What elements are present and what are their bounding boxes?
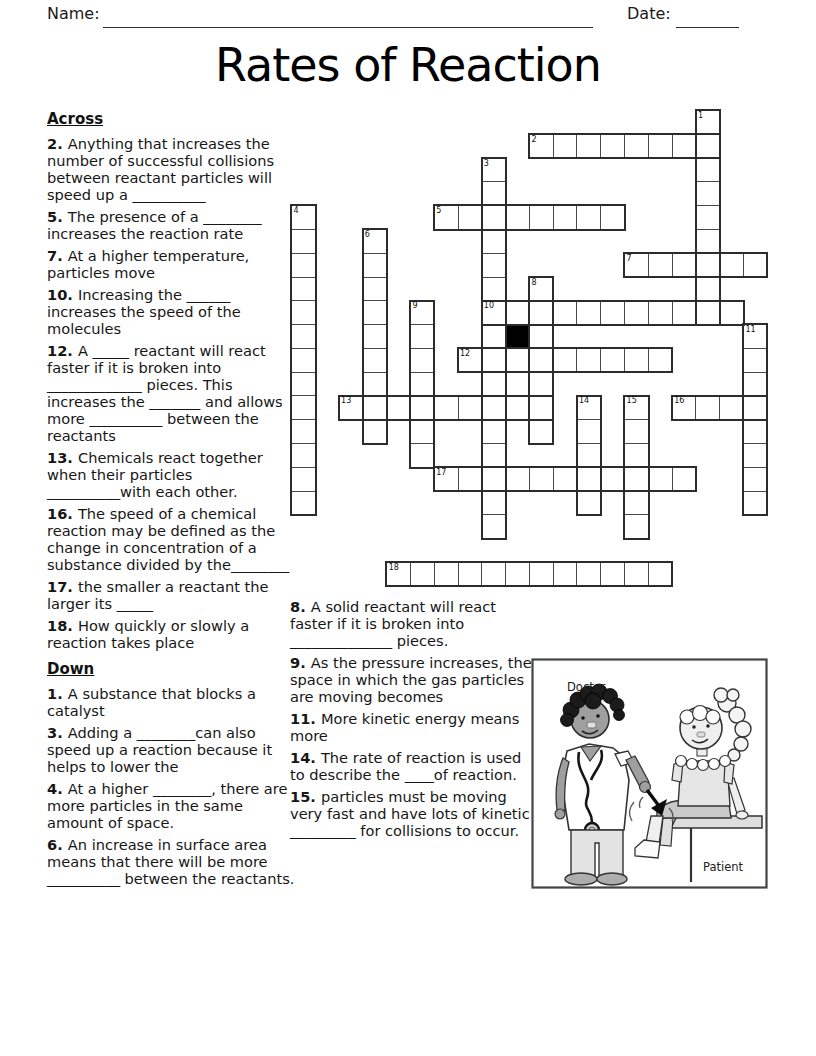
- grid-cell-12-3[interactable]: [362, 395, 387, 420]
- grid-cell-2-17[interactable]: [695, 158, 720, 183]
- grid-cell-12-9[interactable]: [505, 395, 530, 420]
- down-heading: Down: [47, 660, 297, 678]
- grid-cell-5-0[interactable]: [291, 229, 316, 254]
- grid-cell-10-10[interactable]: [529, 348, 554, 373]
- grid-cell-15-7[interactable]: [458, 467, 483, 492]
- grid-cell-5-17[interactable]: [695, 229, 720, 254]
- clue-10: 10. Increasing the ______ increases the …: [47, 286, 297, 337]
- grid-cell-19-9[interactable]: [505, 562, 530, 587]
- grid-cell-13-12[interactable]: [576, 419, 601, 444]
- clue-5: 5. The presence of a ________ increases …: [47, 208, 297, 242]
- grid-cell-12-4[interactable]: [386, 395, 411, 420]
- clue-8: 8. A solid reactant will react faster if…: [290, 598, 532, 649]
- clue-number-17: 17: [434, 467, 447, 477]
- clue-7: 7. At a higher temperature, particles mo…: [47, 247, 297, 281]
- clue-4: 4. At a higher ________, there are more …: [47, 780, 297, 831]
- grid-cell-16-19[interactable]: [743, 491, 768, 516]
- grid-cell-9-0[interactable]: [291, 324, 316, 349]
- grid-cell-19-12[interactable]: [576, 562, 601, 587]
- doctor-patient-cartoon: Doctor Patient: [531, 658, 769, 890]
- clue-9: 9. As the pressure increases, the space …: [290, 654, 532, 705]
- clue-number-4: 4: [291, 205, 299, 215]
- grid-cell-8-18[interactable]: [719, 300, 744, 325]
- clue-13: 13. Chemicals react together when their …: [47, 449, 297, 500]
- patient-label: Patient: [703, 860, 744, 874]
- grid-cell-8-15[interactable]: [648, 300, 673, 325]
- grid-cell-1-16[interactable]: [672, 134, 697, 159]
- grid-cell-10-14[interactable]: [624, 348, 649, 373]
- grid-cell-14-0[interactable]: [291, 443, 316, 468]
- grid-cell-13-10[interactable]: [529, 419, 554, 444]
- grid-cell-15-8[interactable]: [481, 467, 506, 492]
- down-clues-col2: 8. A solid reactant will react faster if…: [290, 598, 532, 839]
- grid-cell-19-14[interactable]: [624, 562, 649, 587]
- grid-cell-19-11[interactable]: [553, 562, 578, 587]
- grid-cell-14-8[interactable]: [481, 443, 506, 468]
- grid-cell-15-0[interactable]: [291, 467, 316, 492]
- grid-cell-11-3[interactable]: [362, 372, 387, 397]
- grid-cell-10-19[interactable]: [743, 348, 768, 373]
- worksheet-page: { "game": "crossword", "title": "Rates o…: [0, 0, 816, 1056]
- grid-cell-4-10[interactable]: [529, 205, 554, 230]
- clue-number-15: 15: [624, 395, 637, 405]
- grid-cell-19-7[interactable]: [458, 562, 483, 587]
- clue-number-2: 2: [529, 134, 537, 144]
- grid-cell-13-19[interactable]: [743, 419, 768, 444]
- grid-cell-9-3[interactable]: [362, 324, 387, 349]
- grid-cell-12-19[interactable]: [743, 395, 768, 420]
- grid-cell-11-19[interactable]: [743, 372, 768, 397]
- grid-cell-1-15[interactable]: [648, 134, 673, 159]
- clue-18: 18. How quickly or slowly a reaction tak…: [47, 617, 297, 651]
- grid-cell-12-6[interactable]: [434, 395, 459, 420]
- clue-number-14: 14: [576, 395, 589, 405]
- clue-number-9: 9: [410, 300, 418, 310]
- grid-cell-8-14[interactable]: [624, 300, 649, 325]
- grid-cell-12-0[interactable]: [291, 395, 316, 420]
- clue-11: 11. More kinetic energy means more: [290, 710, 532, 744]
- grid-cell-19-8[interactable]: [481, 562, 506, 587]
- grid-cell-17-14[interactable]: [624, 514, 649, 539]
- date-blank-line: [676, 27, 739, 28]
- grid-cell-11-8[interactable]: [481, 372, 506, 397]
- grid-cell-7-8[interactable]: [481, 277, 506, 302]
- grid-cell-13-14[interactable]: [624, 419, 649, 444]
- grid-cell-7-17[interactable]: [695, 277, 720, 302]
- grid-cell-9-10[interactable]: [529, 324, 554, 349]
- grid-cell-5-8[interactable]: [481, 229, 506, 254]
- grid-cell-9-9: [505, 324, 530, 349]
- grid-cell-17-8[interactable]: [481, 514, 506, 539]
- grid-cell-8-10[interactable]: [529, 300, 554, 325]
- grid-cell-6-3[interactable]: [362, 253, 387, 278]
- grid-cell-19-13[interactable]: [600, 562, 625, 587]
- grid-cell-1-17[interactable]: [695, 134, 720, 159]
- clue-16: 16. The speed of a chemical reaction may…: [47, 505, 297, 573]
- grid-cell-4-11[interactable]: [553, 205, 578, 230]
- name-blank-line: [103, 27, 593, 28]
- grid-cell-16-0[interactable]: [291, 491, 316, 516]
- grid-cell-4-17[interactable]: [695, 205, 720, 230]
- grid-cell-10-5[interactable]: [410, 348, 435, 373]
- grid-cell-15-14[interactable]: [624, 467, 649, 492]
- grid-cell-1-12[interactable]: [576, 134, 601, 159]
- grid-cell-8-17[interactable]: [695, 300, 720, 325]
- grid-cell-4-9[interactable]: [505, 205, 530, 230]
- clue-number-18: 18: [386, 562, 399, 572]
- clue-number-1: 1: [695, 110, 703, 120]
- grid-cell-6-16[interactable]: [672, 253, 697, 278]
- across-clues: 2. Anything that increases the number of…: [47, 135, 297, 651]
- grid-cell-4-7[interactable]: [458, 205, 483, 230]
- grid-cell-4-13[interactable]: [600, 205, 625, 230]
- grid-cell-8-0[interactable]: [291, 300, 316, 325]
- grid-cell-15-19[interactable]: [743, 467, 768, 492]
- clue-17: 17. the smaller a reactant the larger it…: [47, 578, 297, 612]
- grid-cell-6-17[interactable]: [695, 253, 720, 278]
- grid-cell-10-13[interactable]: [600, 348, 625, 373]
- grid-cell-4-12[interactable]: [576, 205, 601, 230]
- grid-cell-13-0[interactable]: [291, 419, 316, 444]
- grid-cell-8-13[interactable]: [600, 300, 625, 325]
- grid-cell-19-10[interactable]: [529, 562, 554, 587]
- clue-number-7: 7: [624, 253, 632, 263]
- grid-cell-10-15[interactable]: [648, 348, 673, 373]
- grid-cell-15-11[interactable]: [553, 467, 578, 492]
- grid-cell-19-5[interactable]: [410, 562, 435, 587]
- grid-cell-12-8[interactable]: [481, 395, 506, 420]
- grid-cell-3-8[interactable]: [481, 181, 506, 206]
- grid-cell-19-6[interactable]: [434, 562, 459, 587]
- grid-cell-14-5[interactable]: [410, 443, 435, 468]
- grid-cell-8-11[interactable]: [553, 300, 578, 325]
- grid-cell-14-14[interactable]: [624, 443, 649, 468]
- clue-number-16: 16: [672, 395, 685, 405]
- grid-cell-16-8[interactable]: [481, 491, 506, 516]
- grid-cell-8-16[interactable]: [672, 300, 697, 325]
- clue-1: 1. A substance that blocks a catalyst: [47, 685, 297, 719]
- clue-number-6: 6: [362, 229, 370, 239]
- grid-cell-15-16[interactable]: [672, 467, 697, 492]
- grid-cell-10-3[interactable]: [362, 348, 387, 373]
- grid-cell-7-0[interactable]: [291, 277, 316, 302]
- grid-cell-10-0[interactable]: [291, 348, 316, 373]
- grid-cell-12-7[interactable]: [458, 395, 483, 420]
- clue-number-5: 5: [434, 205, 442, 215]
- clue-number-12: 12: [458, 348, 471, 358]
- grid-cell-6-18[interactable]: [719, 253, 744, 278]
- grid-cell-11-5[interactable]: [410, 372, 435, 397]
- grid-cell-11-0[interactable]: [291, 372, 316, 397]
- grid-cell-3-17[interactable]: [695, 181, 720, 206]
- grid-cell-8-3[interactable]: [362, 300, 387, 325]
- grid-cell-6-19[interactable]: [743, 253, 768, 278]
- grid-cell-15-15[interactable]: [648, 467, 673, 492]
- grid-cell-4-8[interactable]: [481, 205, 506, 230]
- clue-12: 12. A _____ reactant will react faster i…: [47, 342, 297, 444]
- grid-cell-1-14[interactable]: [624, 134, 649, 159]
- clue-3: 3. Adding a ________can also speed up a …: [47, 724, 297, 775]
- grid-cell-1-11[interactable]: [553, 134, 578, 159]
- grid-cell-1-13[interactable]: [600, 134, 625, 159]
- date-label: Date:: [627, 4, 671, 23]
- clue-2: 2. Anything that increases the number of…: [47, 135, 297, 203]
- grid-cell-16-12[interactable]: [576, 491, 601, 516]
- grid-cell-14-12[interactable]: [576, 443, 601, 468]
- clue-number-3: 3: [481, 158, 489, 168]
- grid-cell-11-10[interactable]: [529, 372, 554, 397]
- grid-cell-12-5[interactable]: [410, 395, 435, 420]
- grid-cell-19-15[interactable]: [648, 562, 673, 587]
- grid-cell-15-9[interactable]: [505, 467, 530, 492]
- grid-cell-7-3[interactable]: [362, 277, 387, 302]
- grid-cell-15-12[interactable]: [576, 467, 601, 492]
- across-heading: Across: [47, 110, 297, 128]
- grid-cell-13-5[interactable]: [410, 419, 435, 444]
- grid-cell-8-12[interactable]: [576, 300, 601, 325]
- grid-cell-14-19[interactable]: [743, 443, 768, 468]
- grid-cell-13-3[interactable]: [362, 419, 387, 444]
- figure-box: Doctor Patient: [531, 658, 769, 890]
- name-label: Name:: [47, 4, 100, 23]
- grid-cell-6-15[interactable]: [648, 253, 673, 278]
- clue-number-11: 11: [743, 324, 756, 334]
- grid-cell-10-8[interactable]: [481, 348, 506, 373]
- grid-cell-10-12[interactable]: [576, 348, 601, 373]
- clue-14: 14. The rate of reaction is used to desc…: [290, 749, 532, 783]
- grid-cell-6-0[interactable]: [291, 253, 316, 278]
- clue-6: 6. An increase in surface area means tha…: [47, 836, 297, 887]
- left-clue-column: Across 2. Anything that increases the nu…: [47, 110, 297, 892]
- grid-cell-15-10[interactable]: [529, 467, 554, 492]
- grid-cell-12-10[interactable]: [529, 395, 554, 420]
- clue-number-13: 13: [339, 395, 352, 405]
- grid-cell-10-9[interactable]: [505, 348, 530, 373]
- grid-cell-10-11[interactable]: [553, 348, 578, 373]
- grid-cell-12-18[interactable]: [719, 395, 744, 420]
- grid-cell-9-8[interactable]: [481, 324, 506, 349]
- grid-cell-15-13[interactable]: [600, 467, 625, 492]
- grid-cell-16-14[interactable]: [624, 491, 649, 516]
- clue-15: 15. particles must be moving very fast a…: [290, 788, 532, 839]
- doctor-label: Doctor: [567, 680, 606, 694]
- grid-cell-8-9[interactable]: [505, 300, 530, 325]
- clue-number-10: 10: [481, 300, 494, 310]
- grid-cell-12-17[interactable]: [695, 395, 720, 420]
- grid-cell-6-8[interactable]: [481, 253, 506, 278]
- grid-cell-13-8[interactable]: [481, 419, 506, 444]
- crossword-grid: 257101213161718134689111415: [291, 110, 770, 589]
- grid-cell-9-5[interactable]: [410, 324, 435, 349]
- down-clues-col1: 1. A substance that blocks a catalyst3. …: [47, 685, 297, 887]
- clue-number-8: 8: [529, 277, 537, 287]
- middle-clue-column: 8. A solid reactant will react faster if…: [290, 598, 532, 844]
- page-title: Rates of Reaction: [0, 38, 816, 92]
